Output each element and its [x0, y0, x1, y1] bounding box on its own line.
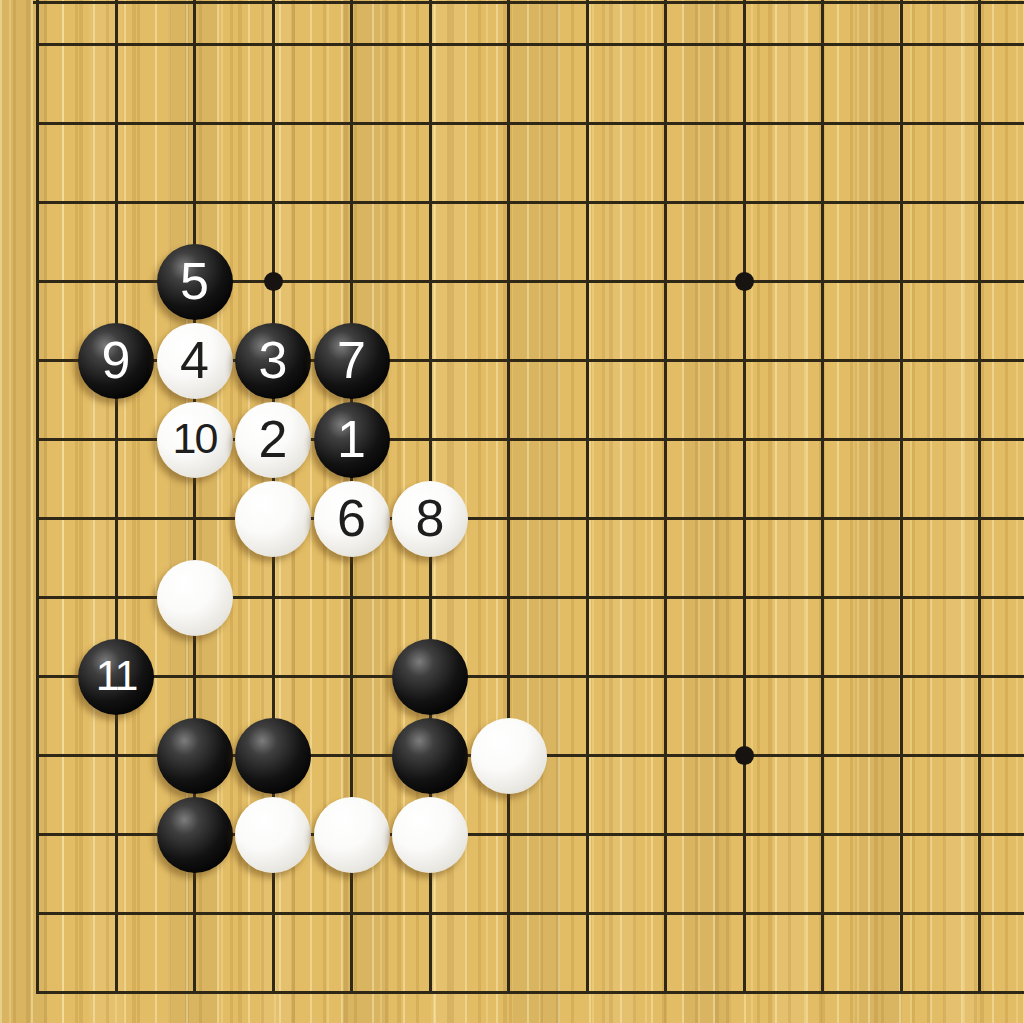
white-stone-move-8: 8: [392, 481, 468, 557]
white-stone: [157, 560, 233, 636]
star-point: [735, 272, 754, 291]
move-number: 5: [180, 255, 209, 307]
black-stone-move-7: 7: [314, 323, 390, 399]
move-number: 10: [173, 417, 217, 460]
move-number: 2: [259, 413, 288, 465]
black-stone: [157, 797, 233, 873]
white-stone: [392, 797, 468, 873]
move-number: 6: [337, 492, 366, 544]
move-number: 4: [180, 334, 209, 386]
white-stone: [235, 797, 311, 873]
white-stone: [314, 797, 390, 873]
move-number: 1: [337, 413, 366, 465]
move-number: 8: [416, 492, 445, 544]
star-point: [735, 746, 754, 765]
white-stone-move-4: 4: [157, 323, 233, 399]
black-stone-move-11: 11: [78, 639, 154, 715]
white-stone-move-10: 10: [157, 402, 233, 478]
top-crop-edge-line: [33, 1, 1024, 4]
black-stone-move-5: 5: [157, 244, 233, 320]
black-stone-move-3: 3: [235, 323, 311, 399]
board-grid: 5943710216811: [0, 5, 1019, 1023]
move-number: 11: [96, 654, 137, 697]
move-number: 7: [337, 334, 366, 386]
move-number: 9: [102, 334, 131, 386]
white-stone: [235, 481, 311, 557]
move-number: 3: [259, 334, 288, 386]
black-stone: [157, 718, 233, 794]
black-stone: [392, 639, 468, 715]
black-stone-move-1: 1: [314, 402, 390, 478]
black-stone-move-9: 9: [78, 323, 154, 399]
white-stone: [471, 718, 547, 794]
black-stone: [235, 718, 311, 794]
star-point: [264, 272, 283, 291]
white-stone-move-6: 6: [314, 481, 390, 557]
white-stone-move-2: 2: [235, 402, 311, 478]
black-stone: [392, 718, 468, 794]
go-board[interactable]: 5943710216811: [0, 0, 1024, 1023]
